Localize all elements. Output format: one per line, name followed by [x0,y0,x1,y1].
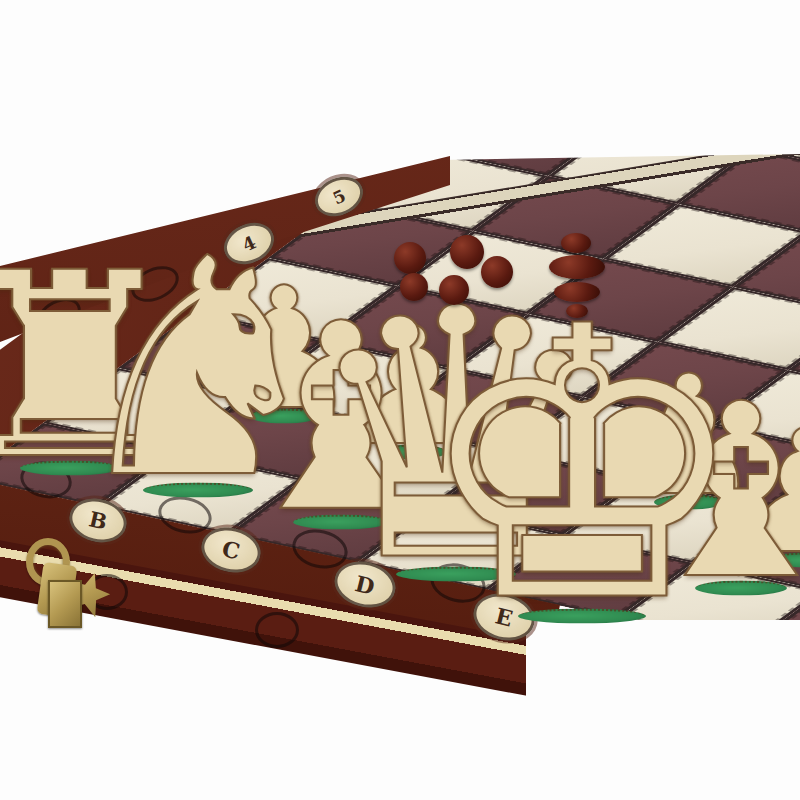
queen-crown-ball [439,275,469,305]
latch-block [48,580,82,628]
king-finial-disc [561,233,591,253]
chess-set-photo: BCDE45 ♜♞♟♝♟♛♚♟♝♟ [0,0,800,800]
side-scroll-ornament [255,612,299,648]
queen-crown-ball [400,273,428,301]
queen-crown-ball [450,235,484,269]
king-finial-disc [549,255,605,279]
queen-crown-ball [394,242,426,274]
king-finial-disc [554,282,600,302]
queen-crown-ball [481,256,513,288]
king-glyph: ♚ [414,279,750,654]
king-finial-disc [566,304,588,318]
brass-latch [18,534,128,664]
